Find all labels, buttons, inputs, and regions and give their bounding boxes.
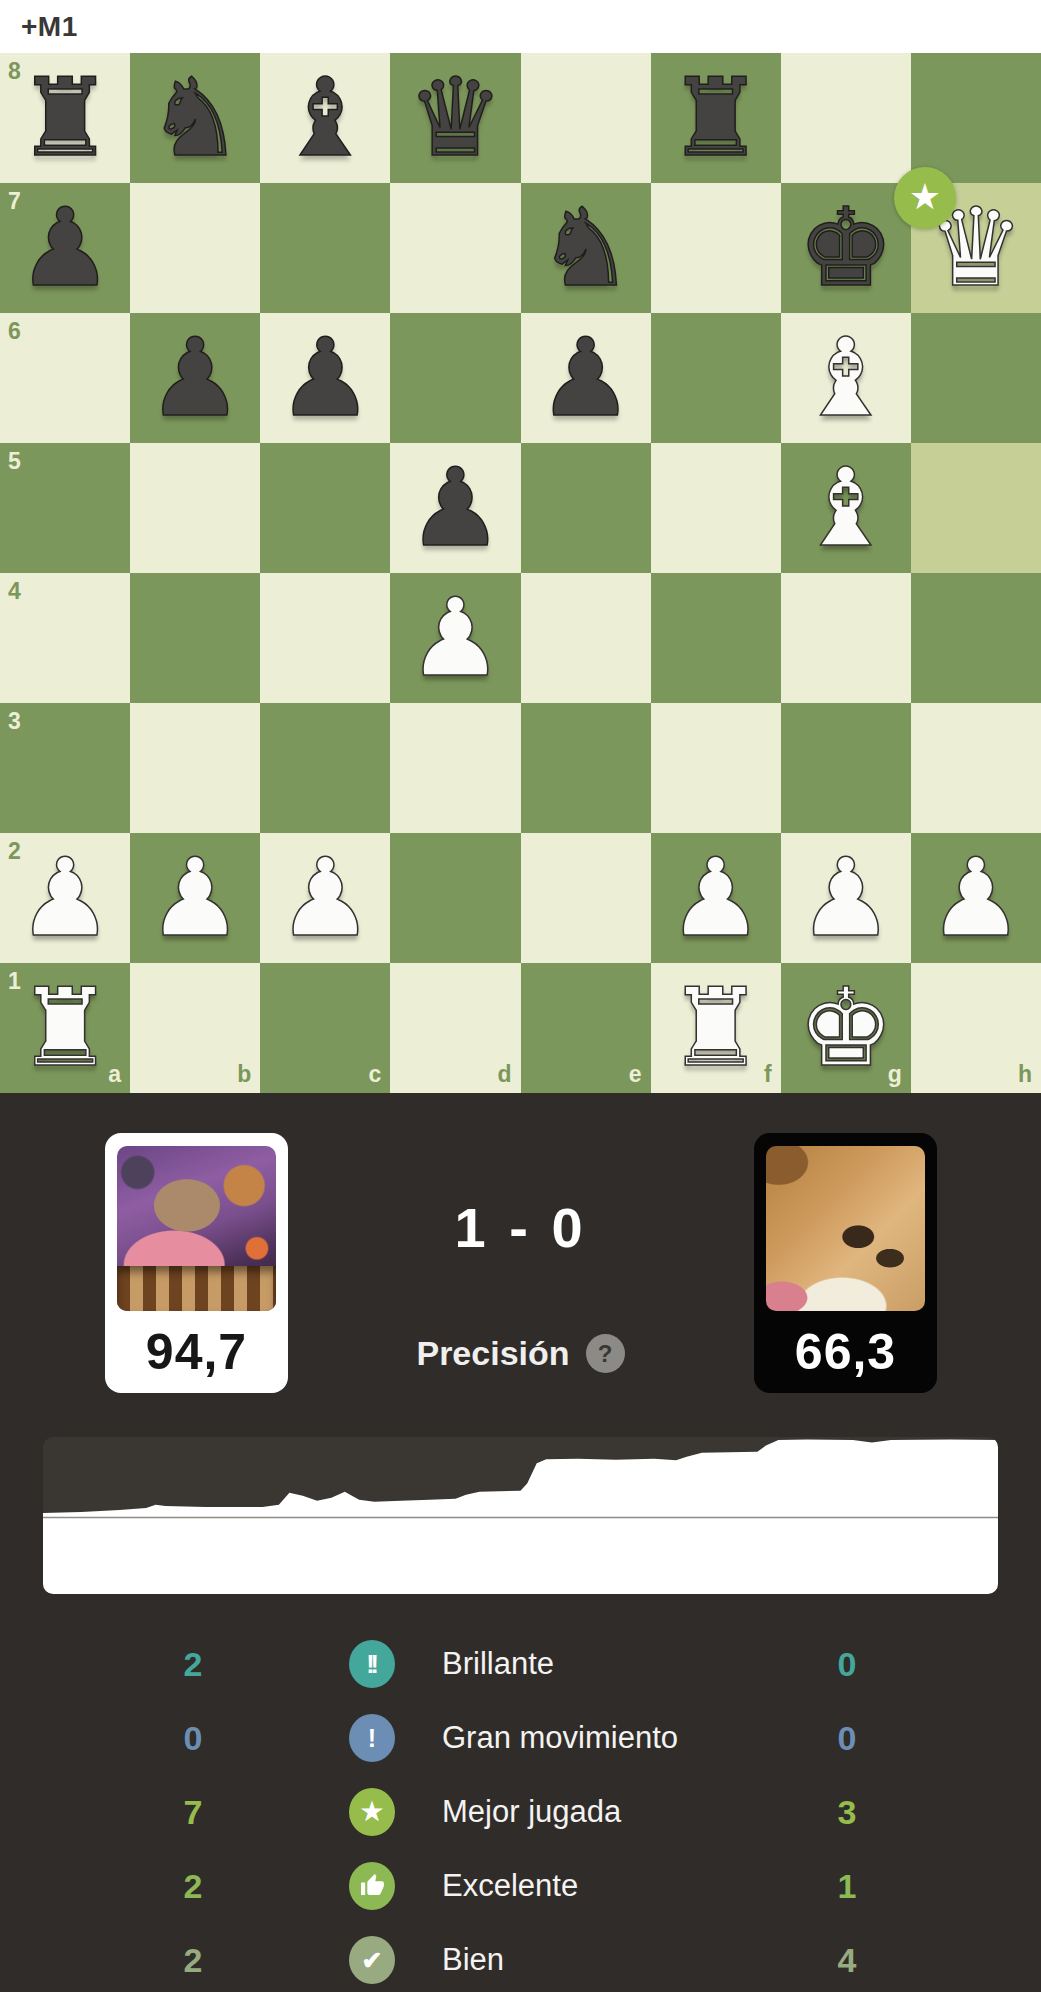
square-b4[interactable]: [130, 573, 260, 703]
white-pawn[interactable]: ♟: [911, 833, 1041, 963]
black-pawn[interactable]: ♟: [0, 183, 130, 313]
square-h6[interactable]: [911, 313, 1041, 443]
square-g1[interactable]: g♚: [781, 963, 911, 1093]
rank-label-6: 6: [8, 318, 21, 345]
square-e8[interactable]: [521, 53, 651, 183]
square-e5[interactable]: [521, 443, 651, 573]
square-h8[interactable]: [911, 53, 1041, 183]
rank-label-5: 5: [8, 448, 21, 475]
square-g2[interactable]: ♟: [781, 833, 911, 963]
square-d6[interactable]: [390, 313, 520, 443]
black-count: 1: [805, 1849, 889, 1923]
square-b5[interactable]: [130, 443, 260, 573]
square-a1[interactable]: 1a♜: [0, 963, 130, 1093]
classification-label: Excelente: [442, 1849, 578, 1923]
black-player-card[interactable]: 66,3: [754, 1133, 937, 1393]
square-d1[interactable]: d: [390, 963, 520, 1093]
evaluation-bar: +M1: [0, 0, 1041, 53]
black-king[interactable]: ♚: [781, 183, 911, 313]
square-h5[interactable]: [911, 443, 1041, 573]
square-f4[interactable]: [651, 573, 781, 703]
file-label-b: b: [237, 1061, 251, 1088]
square-e3[interactable]: [521, 703, 651, 833]
white-bishop[interactable]: ♝: [781, 443, 911, 573]
square-a3[interactable]: 3: [0, 703, 130, 833]
classification-label: Gran movimiento: [442, 1701, 678, 1775]
evaluation-label: +M1: [21, 11, 78, 43]
square-h2[interactable]: ♟: [911, 833, 1041, 963]
square-g4[interactable]: [781, 573, 911, 703]
black-pawn[interactable]: ♟: [130, 313, 260, 443]
square-d3[interactable]: [390, 703, 520, 833]
square-c7[interactable]: [260, 183, 390, 313]
square-e1[interactable]: e: [521, 963, 651, 1093]
square-a5[interactable]: 5: [0, 443, 130, 573]
evaluation-graph[interactable]: [43, 1437, 998, 1594]
black-rook[interactable]: ♜: [651, 53, 781, 183]
exclam-icon: !: [349, 1714, 395, 1762]
square-h4[interactable]: [911, 573, 1041, 703]
square-d5[interactable]: ♟: [390, 443, 520, 573]
white-count: 7: [151, 1775, 235, 1849]
square-d7[interactable]: [390, 183, 520, 313]
white-pawn[interactable]: ♟: [651, 833, 781, 963]
white-king[interactable]: ♚: [781, 963, 911, 1093]
black-pawn[interactable]: ♟: [260, 313, 390, 443]
classification-row-double-exclam: 2!!Brillante0: [0, 1627, 1041, 1701]
file-label-h: h: [1018, 1061, 1032, 1088]
square-g7[interactable]: ♚: [781, 183, 911, 313]
square-a6[interactable]: 6: [0, 313, 130, 443]
white-rook[interactable]: ♜: [651, 963, 781, 1093]
black-bishop[interactable]: ♝: [260, 53, 390, 183]
black-pawn[interactable]: ♟: [521, 313, 651, 443]
square-b8[interactable]: ♞: [130, 53, 260, 183]
white-count: 2: [151, 1849, 235, 1923]
white-pawn[interactable]: ♟: [781, 833, 911, 963]
white-pawn[interactable]: ♟: [130, 833, 260, 963]
black-count: 4: [805, 1923, 889, 1992]
help-icon[interactable]: ?: [586, 1334, 625, 1373]
square-b3[interactable]: [130, 703, 260, 833]
check-icon: ✔: [349, 1936, 395, 1984]
square-b2[interactable]: ♟: [130, 833, 260, 963]
black-knight[interactable]: ♞: [130, 53, 260, 183]
classification-row-check: 2✔Bien4: [0, 1923, 1041, 1992]
game-review-panel: 94,7 1 - 0 Precisión ? 66,3 2!!Brillante…: [0, 1093, 1041, 1992]
best-move-badge: ★: [894, 167, 956, 229]
square-c2[interactable]: ♟: [260, 833, 390, 963]
square-g5[interactable]: ♝: [781, 443, 911, 573]
square-d2[interactable]: [390, 833, 520, 963]
file-label-d: d: [497, 1061, 511, 1088]
white-count: 2: [151, 1923, 235, 1992]
classification-row-exclam: 0!Gran movimiento0: [0, 1701, 1041, 1775]
square-f8[interactable]: ♜: [651, 53, 781, 183]
rank-label-4: 4: [8, 578, 21, 605]
square-d4[interactable]: ♟: [390, 573, 520, 703]
star-icon: ★: [349, 1788, 395, 1836]
double-exclam-icon: !!: [349, 1640, 395, 1688]
chess-board[interactable]: ★ 8♜♞♝♛♜7♟♞♚♛6♟♟♟♝5♟♝4♟32♟♟♟♟♟♟1a♜bcdef♜…: [0, 53, 1041, 1093]
black-rook[interactable]: ♜: [0, 53, 130, 183]
square-e6[interactable]: ♟: [521, 313, 651, 443]
square-c6[interactable]: ♟: [260, 313, 390, 443]
square-f1[interactable]: f♜: [651, 963, 781, 1093]
white-count: 0: [151, 1701, 235, 1775]
square-b7[interactable]: [130, 183, 260, 313]
square-a4[interactable]: 4: [0, 573, 130, 703]
black-knight[interactable]: ♞: [521, 183, 651, 313]
square-b1[interactable]: b: [130, 963, 260, 1093]
black-count: 0: [805, 1701, 889, 1775]
square-c8[interactable]: ♝: [260, 53, 390, 183]
square-h3[interactable]: [911, 703, 1041, 833]
classification-label: Bien: [442, 1923, 504, 1992]
square-f5[interactable]: [651, 443, 781, 573]
black-player-avatar[interactable]: [766, 1146, 925, 1311]
square-d8[interactable]: ♛: [390, 53, 520, 183]
black-accuracy-value: 66,3: [795, 1311, 896, 1393]
square-g3[interactable]: [781, 703, 911, 833]
classification-row-star: 7★Mejor jugada3: [0, 1775, 1041, 1849]
square-b6[interactable]: ♟: [130, 313, 260, 443]
white-advantage-area: [43, 1440, 998, 1594]
square-c1[interactable]: c: [260, 963, 390, 1093]
rank-label-3: 3: [8, 708, 21, 735]
square-g8[interactable]: [781, 53, 911, 183]
star-icon: ★: [909, 179, 941, 218]
black-count: 0: [805, 1627, 889, 1701]
square-a2[interactable]: 2♟: [0, 833, 130, 963]
move-classifications: 2!!Brillante00!Gran movimiento07★Mejor j…: [0, 1627, 1041, 1992]
classification-label: Brillante: [442, 1627, 554, 1701]
thumb-up-icon: [349, 1862, 395, 1910]
square-e7[interactable]: ♞: [521, 183, 651, 313]
white-pawn[interactable]: ♟: [0, 833, 130, 963]
evaluation-graph-svg: [43, 1437, 998, 1594]
square-f7[interactable]: [651, 183, 781, 313]
square-e2[interactable]: [521, 833, 651, 963]
black-queen[interactable]: ♛: [390, 53, 520, 183]
square-f2[interactable]: ♟: [651, 833, 781, 963]
square-e4[interactable]: [521, 573, 651, 703]
square-a8[interactable]: 8♜: [0, 53, 130, 183]
classification-label: Mejor jugada: [442, 1775, 621, 1849]
precision-label: Precisión: [416, 1334, 569, 1373]
black-count: 3: [805, 1775, 889, 1849]
white-pawn[interactable]: ♟: [260, 833, 390, 963]
square-c4[interactable]: [260, 573, 390, 703]
square-h1[interactable]: h: [911, 963, 1041, 1093]
file-label-c: c: [369, 1061, 382, 1088]
file-label-e: e: [629, 1061, 642, 1088]
square-f3[interactable]: [651, 703, 781, 833]
white-rook[interactable]: ♜: [0, 963, 130, 1093]
classification-row-thumb-up: 2Excelente1: [0, 1849, 1041, 1923]
white-count: 2: [151, 1627, 235, 1701]
square-a7[interactable]: 7♟: [0, 183, 130, 313]
square-c3[interactable]: [260, 703, 390, 833]
square-f6[interactable]: [651, 313, 781, 443]
square-g6[interactable]: ♝: [781, 313, 911, 443]
black-pawn[interactable]: ♟: [390, 443, 520, 573]
white-pawn[interactable]: ♟: [390, 573, 520, 703]
square-c5[interactable]: [260, 443, 390, 573]
white-bishop[interactable]: ♝: [781, 313, 911, 443]
